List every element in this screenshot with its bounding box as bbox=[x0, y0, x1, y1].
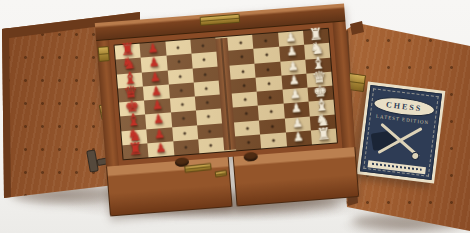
piece-red-pawn[interactable]: ♟ bbox=[153, 113, 165, 126]
booklet-footer-band bbox=[367, 160, 426, 174]
square-h5[interactable] bbox=[198, 137, 224, 153]
piece-red-pawn[interactable]: ♟ bbox=[149, 70, 161, 83]
square-h3[interactable] bbox=[260, 132, 286, 148]
piece-red-pawn[interactable]: ♟ bbox=[150, 85, 162, 98]
square-h2[interactable]: ♟ bbox=[285, 130, 311, 146]
piece-red-pawn[interactable]: ♟ bbox=[147, 42, 159, 55]
piece-red-pawn[interactable]: ♟ bbox=[154, 127, 166, 140]
piece-red-rook[interactable]: ♜ bbox=[128, 141, 144, 158]
square-h8[interactable]: ♜ bbox=[122, 143, 148, 159]
piece-white-pawn[interactable]: ♟ bbox=[290, 102, 302, 115]
thumb-notch-right-icon bbox=[243, 152, 258, 162]
piece-red-pawn[interactable]: ♟ bbox=[148, 56, 160, 69]
piece-white-rook[interactable]: ♜ bbox=[316, 126, 332, 143]
piece-white-pawn[interactable]: ♟ bbox=[293, 131, 305, 144]
booklet-cover: CHESS LATEST EDITION bbox=[360, 85, 442, 180]
piece-white-pawn[interactable]: ♟ bbox=[286, 45, 298, 58]
back-center-hinge-icon bbox=[200, 14, 241, 26]
front-rail-left-half bbox=[106, 157, 233, 216]
piece-white-pawn[interactable]: ♟ bbox=[285, 31, 297, 44]
booklet-illustration-ball-icon bbox=[410, 151, 419, 160]
piece-white-pawn[interactable]: ♟ bbox=[289, 88, 301, 101]
square-h6[interactable] bbox=[173, 139, 199, 155]
piece-white-pawn[interactable]: ♟ bbox=[292, 116, 304, 129]
board-frame: ♜♟♟♜♞♟♟♞♝♟♟♝♛♟♟♛♚♟♟♚♝♟♟♝♞♟♟♞♜♟♟♜ bbox=[109, 22, 342, 165]
left-rail-hinge-icon bbox=[98, 46, 110, 62]
chess-board[interactable]: ♜♟♟♜♞♟♟♞♝♟♟♝♛♟♟♛♚♟♟♚♝♟♟♝♞♟♟♞♜♟♟♜ bbox=[114, 28, 338, 161]
piece-white-pawn[interactable]: ♟ bbox=[287, 59, 299, 72]
square-h7[interactable]: ♟ bbox=[148, 141, 174, 157]
square-h1[interactable]: ♜ bbox=[311, 128, 337, 144]
chess-box: ♜♟♟♜♞♟♟♞♝♟♟♝♛♟♟♛♚♟♟♚♝♟♟♝♞♟♟♞♜♟♟♜ bbox=[95, 3, 359, 216]
piece-red-pawn[interactable]: ♟ bbox=[151, 99, 163, 112]
front-rail-right-half bbox=[233, 147, 360, 206]
square-h4[interactable] bbox=[235, 134, 261, 150]
piece-red-pawn[interactable]: ♟ bbox=[155, 141, 167, 154]
instruction-booklet[interactable]: CHESS LATEST EDITION bbox=[357, 82, 446, 184]
piece-white-pawn[interactable]: ♟ bbox=[288, 74, 300, 87]
travel-chess-set-photo: CHESS LATEST EDITION ♜♟♟♜♞♟♟♞♝♟♟♝♛♟♟♛♚♟♟… bbox=[0, 0, 470, 233]
booklet-title: CHESS bbox=[386, 100, 423, 113]
